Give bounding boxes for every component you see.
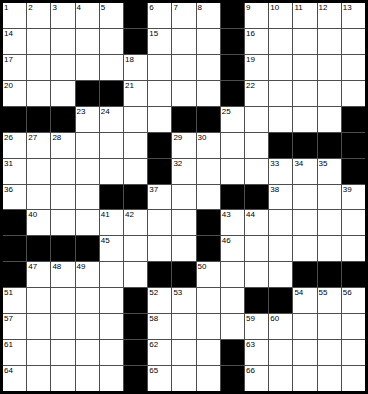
black-cell [293,133,316,158]
black-cell [318,262,341,287]
black-cell [100,185,123,210]
white-cell[interactable]: 29 [172,133,195,158]
white-cell[interactable] [318,340,341,365]
black-cell [27,107,50,132]
white-cell[interactable] [245,133,268,158]
clue-number: 35 [319,159,328,168]
white-cell[interactable]: 24 [100,107,123,132]
white-cell[interactable]: 23 [76,107,99,132]
black-cell [3,236,26,261]
white-cell[interactable] [27,159,50,184]
white-cell[interactable]: 48 [51,262,74,287]
white-cell[interactable] [318,107,341,132]
white-cell[interactable]: 31 [3,159,26,184]
clue-number: 7 [173,3,177,12]
white-cell[interactable]: 7 [172,3,195,28]
black-cell [172,262,195,287]
white-cell[interactable] [51,185,74,210]
white-cell[interactable] [76,288,99,313]
white-cell[interactable] [148,236,171,261]
white-cell[interactable] [172,81,195,106]
clue-number: 59 [246,314,255,323]
white-cell[interactable] [76,159,99,184]
white-cell[interactable] [342,236,365,261]
white-cell[interactable] [245,159,268,184]
white-cell[interactable] [100,340,123,365]
white-cell[interactable] [197,81,220,106]
white-cell[interactable] [318,185,341,210]
clue-number: 31 [4,159,13,168]
white-cell[interactable] [197,314,220,339]
clue-number: 23 [77,107,86,116]
clue-number: 2 [28,3,32,12]
black-cell [124,288,147,313]
white-cell[interactable] [76,314,99,339]
white-cell[interactable] [221,262,244,287]
clue-number: 33 [270,159,279,168]
white-cell[interactable]: 25 [221,107,244,132]
white-cell[interactable] [342,55,365,80]
white-cell[interactable] [76,55,99,80]
white-cell[interactable]: 32 [172,159,195,184]
clue-number: 37 [149,185,158,194]
white-cell[interactable] [100,314,123,339]
crossword-grid: 1234567891011121314151617181920212223242… [0,0,368,394]
white-cell[interactable] [172,210,195,235]
white-cell[interactable] [221,288,244,313]
clue-number: 54 [294,288,303,297]
clue-number: 41 [101,210,110,219]
white-cell[interactable]: 26 [3,133,26,158]
white-cell[interactable]: 4 [76,3,99,28]
white-cell[interactable]: 45 [100,236,123,261]
black-cell [124,340,147,365]
white-cell[interactable]: 53 [172,288,195,313]
white-cell[interactable] [27,288,50,313]
white-cell[interactable] [27,340,50,365]
clue-number: 19 [246,55,255,64]
clue-number: 65 [149,366,158,375]
white-cell[interactable]: 17 [3,55,26,80]
white-cell[interactable]: 57 [3,314,26,339]
white-cell[interactable]: 18 [124,55,147,80]
white-cell[interactable] [172,314,195,339]
white-cell[interactable] [51,340,74,365]
clue-number: 27 [28,133,37,142]
black-cell [124,29,147,54]
white-cell[interactable] [100,288,123,313]
white-cell[interactable]: 42 [124,210,147,235]
white-cell[interactable] [269,55,292,80]
white-cell[interactable]: 22 [245,81,268,106]
clue-number: 32 [173,159,182,168]
white-cell[interactable]: 10 [269,3,292,28]
white-cell[interactable] [269,366,292,391]
white-cell[interactable] [76,133,99,158]
clue-number: 18 [125,55,134,64]
clue-number: 53 [173,288,182,297]
black-cell [100,81,123,106]
white-cell[interactable]: 21 [124,81,147,106]
white-cell[interactable] [100,159,123,184]
clue-number: 45 [101,236,110,245]
white-cell[interactable]: 9 [245,3,268,28]
black-cell [76,236,99,261]
white-cell[interactable]: 19 [245,55,268,80]
black-cell [318,133,341,158]
clue-number: 12 [319,3,328,12]
white-cell[interactable]: 54 [293,288,316,313]
black-cell [51,107,74,132]
white-cell[interactable]: 8 [197,3,220,28]
white-cell[interactable]: 15 [148,29,171,54]
clue-number: 26 [4,133,13,142]
white-cell[interactable] [293,340,316,365]
clue-number: 61 [4,340,13,349]
white-cell[interactable]: 50 [197,262,220,287]
white-cell[interactable] [245,236,268,261]
black-cell [342,159,365,184]
white-cell[interactable]: 63 [245,340,268,365]
clue-number: 29 [173,133,182,142]
white-cell[interactable] [293,314,316,339]
clue-number: 56 [343,288,352,297]
black-cell [148,159,171,184]
clue-number: 13 [343,3,352,12]
clue-number: 34 [294,159,303,168]
clue-number: 43 [222,210,231,219]
clue-number: 1 [4,3,8,12]
white-cell[interactable] [124,236,147,261]
white-cell[interactable] [172,236,195,261]
black-cell [221,55,244,80]
white-cell[interactable] [76,340,99,365]
white-cell[interactable] [148,55,171,80]
black-cell [221,29,244,54]
white-cell[interactable] [100,262,123,287]
clue-number: 36 [4,185,13,194]
white-cell[interactable] [269,81,292,106]
white-cell[interactable]: 5 [100,3,123,28]
white-cell[interactable]: 37 [148,185,171,210]
white-cell[interactable]: 11 [293,3,316,28]
white-cell[interactable]: 43 [221,210,244,235]
clue-number: 62 [149,340,158,349]
clue-number: 51 [4,288,13,297]
black-cell [221,3,244,28]
clue-number: 52 [149,288,158,297]
white-cell[interactable] [27,366,50,391]
white-cell[interactable] [124,262,147,287]
white-cell[interactable] [269,236,292,261]
clue-number: 39 [343,185,352,194]
white-cell[interactable]: 38 [269,185,292,210]
white-cell[interactable] [172,55,195,80]
clue-number: 16 [246,29,255,38]
white-cell[interactable]: 56 [342,288,365,313]
black-cell [269,133,292,158]
white-cell[interactable]: 58 [148,314,171,339]
black-cell [293,262,316,287]
clue-number: 47 [28,262,37,271]
white-cell[interactable] [51,159,74,184]
white-cell[interactable] [124,133,147,158]
black-cell [221,340,244,365]
black-cell [51,236,74,261]
white-cell[interactable]: 55 [318,288,341,313]
white-cell[interactable] [197,159,220,184]
clue-number: 40 [28,210,37,219]
white-cell[interactable] [318,55,341,80]
clue-number: 20 [4,81,13,90]
white-cell[interactable] [124,159,147,184]
white-cell[interactable] [51,366,74,391]
white-cell[interactable] [197,288,220,313]
white-cell[interactable] [27,29,50,54]
white-cell[interactable]: 59 [245,314,268,339]
white-cell[interactable] [245,262,268,287]
white-cell[interactable] [100,366,123,391]
white-cell[interactable] [172,366,195,391]
black-cell [76,81,99,106]
black-cell [245,288,268,313]
clue-number: 9 [246,3,250,12]
black-cell [197,107,220,132]
black-cell [342,262,365,287]
white-cell[interactable]: 28 [51,133,74,158]
white-cell[interactable] [148,107,171,132]
white-cell[interactable] [76,210,99,235]
white-cell[interactable] [293,185,316,210]
clue-number: 17 [4,55,13,64]
white-cell[interactable] [197,55,220,80]
clue-number: 50 [198,262,207,271]
white-cell[interactable]: 66 [245,366,268,391]
clue-number: 38 [270,185,279,194]
black-cell [221,366,244,391]
black-cell [197,236,220,261]
black-cell [197,210,220,235]
clue-number: 5 [101,3,105,12]
clue-number: 63 [246,340,255,349]
white-cell[interactable] [27,185,50,210]
white-cell[interactable]: 51 [3,288,26,313]
crossword-board: 1234567891011121314151617181920212223242… [0,0,368,394]
white-cell[interactable] [27,81,50,106]
white-cell[interactable]: 36 [3,185,26,210]
clue-number: 10 [270,3,279,12]
white-cell[interactable] [172,185,195,210]
black-cell [342,133,365,158]
white-cell[interactable] [293,366,316,391]
black-cell [148,262,171,287]
white-cell[interactable] [197,29,220,54]
white-cell[interactable]: 3 [51,3,74,28]
white-cell[interactable]: 64 [3,366,26,391]
white-cell[interactable] [293,81,316,106]
black-cell [27,236,50,261]
white-cell[interactable] [197,185,220,210]
white-cell[interactable] [342,340,365,365]
white-cell[interactable]: 1 [3,3,26,28]
white-cell[interactable] [269,29,292,54]
white-cell[interactable] [318,366,341,391]
white-cell[interactable]: 35 [318,159,341,184]
white-cell[interactable] [342,210,365,235]
white-cell[interactable] [318,236,341,261]
clue-number: 21 [125,81,134,90]
clue-number: 66 [246,366,255,375]
white-cell[interactable]: 2 [27,3,50,28]
clue-number: 3 [52,3,56,12]
clue-number: 24 [101,107,110,116]
black-cell [172,107,195,132]
white-cell[interactable] [221,159,244,184]
clue-number: 48 [52,262,61,271]
black-cell [124,314,147,339]
white-cell[interactable] [27,314,50,339]
white-cell[interactable]: 40 [27,210,50,235]
white-cell[interactable] [148,210,171,235]
white-cell[interactable]: 34 [293,159,316,184]
white-cell[interactable]: 13 [342,3,365,28]
white-cell[interactable] [245,107,268,132]
clue-number: 46 [222,236,231,245]
black-cell [269,288,292,313]
black-cell [124,3,147,28]
white-cell[interactable]: 47 [27,262,50,287]
clue-number: 11 [294,3,302,12]
clue-number: 6 [149,3,153,12]
white-cell[interactable] [76,29,99,54]
white-cell[interactable]: 33 [269,159,292,184]
white-cell[interactable] [51,210,74,235]
white-cell[interactable]: 62 [148,340,171,365]
clue-number: 49 [77,262,86,271]
white-cell[interactable] [51,314,74,339]
white-cell[interactable] [172,29,195,54]
clue-number: 60 [270,314,279,323]
black-cell [3,262,26,287]
clue-number: 15 [149,29,158,38]
white-cell[interactable] [197,366,220,391]
white-cell[interactable]: 16 [245,29,268,54]
clue-number: 22 [246,81,255,90]
white-cell[interactable] [318,210,341,235]
black-cell [221,81,244,106]
white-cell[interactable] [221,314,244,339]
white-cell[interactable]: 49 [76,262,99,287]
white-cell[interactable] [27,55,50,80]
white-cell[interactable] [269,107,292,132]
clue-number: 58 [149,314,158,323]
clue-number: 28 [52,133,61,142]
white-cell[interactable] [51,55,74,80]
white-cell[interactable] [293,107,316,132]
white-cell[interactable]: 20 [3,81,26,106]
white-cell[interactable] [100,29,123,54]
white-cell[interactable] [269,210,292,235]
white-cell[interactable]: 12 [318,3,341,28]
white-cell[interactable] [318,314,341,339]
black-cell [124,366,147,391]
black-cell [221,185,244,210]
white-cell[interactable]: 44 [245,210,268,235]
clue-number: 57 [4,314,13,323]
white-cell[interactable]: 30 [197,133,220,158]
black-cell [3,107,26,132]
white-cell[interactable]: 65 [148,366,171,391]
white-cell[interactable] [100,55,123,80]
white-cell[interactable] [269,262,292,287]
white-cell[interactable] [197,340,220,365]
white-cell[interactable] [342,314,365,339]
white-cell[interactable] [293,236,316,261]
white-cell[interactable]: 27 [27,133,50,158]
white-cell[interactable] [51,81,74,106]
black-cell [3,210,26,235]
clue-number: 42 [125,210,134,219]
white-cell[interactable] [293,210,316,235]
black-cell [245,185,268,210]
white-cell[interactable] [124,107,147,132]
black-cell [124,185,147,210]
white-cell[interactable] [293,55,316,80]
white-cell[interactable]: 52 [148,288,171,313]
white-cell[interactable]: 61 [3,340,26,365]
white-cell[interactable]: 14 [3,29,26,54]
clue-number: 44 [246,210,255,219]
white-cell[interactable] [318,81,341,106]
white-cell[interactable] [342,81,365,106]
clue-number: 4 [77,3,81,12]
clue-number: 55 [319,288,328,297]
black-cell [148,133,171,158]
white-cell[interactable]: 6 [148,3,171,28]
clue-number: 64 [4,366,13,375]
white-cell[interactable]: 41 [100,210,123,235]
white-cell[interactable] [342,29,365,54]
white-cell[interactable] [293,29,316,54]
black-cell [342,107,365,132]
white-cell[interactable]: 60 [269,314,292,339]
white-cell[interactable]: 46 [221,236,244,261]
white-cell[interactable] [51,29,74,54]
clue-number: 25 [222,107,231,116]
white-cell[interactable] [318,29,341,54]
white-cell[interactable]: 39 [342,185,365,210]
white-cell[interactable] [51,288,74,313]
white-cell[interactable] [76,366,99,391]
white-cell[interactable] [342,366,365,391]
white-cell[interactable] [221,133,244,158]
white-cell[interactable] [269,340,292,365]
white-cell[interactable] [172,340,195,365]
clue-number: 30 [198,133,207,142]
white-cell[interactable] [148,81,171,106]
white-cell[interactable] [100,133,123,158]
clue-number: 14 [4,29,13,38]
white-cell[interactable] [76,185,99,210]
clue-number: 8 [198,3,202,12]
